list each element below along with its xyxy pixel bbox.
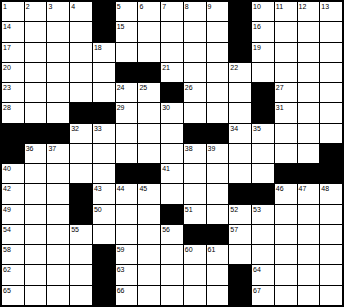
cell-r15c12[interactable]: 67 <box>252 286 274 305</box>
clue-number: 58 <box>3 245 11 254</box>
cell-r3c4[interactable] <box>70 43 92 62</box>
cell-r7c11[interactable]: 34 <box>229 124 251 143</box>
cell-r7c8[interactable] <box>161 124 183 143</box>
cell-r11c1[interactable]: 49 <box>2 205 24 224</box>
cell-r7c14[interactable] <box>298 124 320 143</box>
cell-r11c13[interactable] <box>275 205 297 224</box>
cell-r4c3[interactable] <box>47 63 69 82</box>
clue-number: 47 <box>299 184 307 193</box>
cell-r7c4[interactable]: 32 <box>70 124 92 143</box>
cell-r1c4[interactable]: 4 <box>70 2 92 21</box>
clue-number: 50 <box>94 205 102 214</box>
cell-r2c2[interactable] <box>25 22 47 41</box>
block-square-r8c15 <box>320 144 342 163</box>
cell-r7c13[interactable] <box>275 124 297 143</box>
cell-r10c1[interactable]: 42 <box>2 184 24 203</box>
clue-number: 63 <box>117 265 125 274</box>
block-square-r7c3 <box>47 124 69 143</box>
cell-r12c2[interactable] <box>25 225 47 244</box>
block-square-r11c4 <box>70 205 92 224</box>
cell-r11c3[interactable] <box>47 205 69 224</box>
clue-number: 34 <box>230 124 238 133</box>
cell-r5c7[interactable]: 25 <box>138 83 160 102</box>
clue-number: 31 <box>276 103 284 112</box>
cell-r1c3[interactable]: 3 <box>47 2 69 21</box>
cell-r5c14[interactable] <box>298 83 320 102</box>
clue-number: 22 <box>230 63 238 72</box>
cell-r8c7[interactable] <box>138 144 160 163</box>
clue-number: 19 <box>253 43 261 52</box>
cell-r15c8[interactable] <box>161 286 183 305</box>
cell-r6c8[interactable]: 30 <box>161 103 183 122</box>
clue-number: 46 <box>276 184 284 193</box>
cell-r14c8[interactable] <box>161 265 183 284</box>
clue-number: 56 <box>162 225 170 234</box>
cell-r4c14[interactable] <box>298 63 320 82</box>
cell-r3c13[interactable] <box>275 43 297 62</box>
cell-r12c14[interactable] <box>298 225 320 244</box>
cell-r2c4[interactable] <box>70 22 92 41</box>
block-square-r13c5 <box>93 245 115 264</box>
cell-r1c2[interactable]: 2 <box>25 2 47 21</box>
cell-r7c15[interactable] <box>320 124 342 143</box>
cell-r2c8[interactable] <box>161 22 183 41</box>
clue-number: 3 <box>48 2 52 11</box>
cell-r6c6[interactable]: 29 <box>116 103 138 122</box>
cell-r4c2[interactable] <box>25 63 47 82</box>
block-square-r8c1 <box>2 144 24 163</box>
cell-r9c11[interactable] <box>229 164 251 183</box>
cell-r3c10[interactable] <box>207 43 229 62</box>
block-square-r2c5 <box>93 22 115 41</box>
clue-number: 11 <box>276 2 283 11</box>
clue-number: 38 <box>185 144 193 153</box>
block-square-r2c11 <box>229 22 251 41</box>
clue-number: 55 <box>71 225 79 234</box>
crossword-board: 1234567891011121314151617181920212223242… <box>0 0 344 307</box>
cell-r10c2[interactable] <box>25 184 47 203</box>
clue-number: 4 <box>71 2 75 11</box>
cell-r12c15[interactable] <box>320 225 342 244</box>
block-square-r7c2 <box>25 124 47 143</box>
clue-number: 16 <box>253 22 261 31</box>
cell-r9c5[interactable] <box>93 164 115 183</box>
clue-number: 8 <box>185 2 189 11</box>
block-square-r10c4 <box>70 184 92 203</box>
cell-r14c10[interactable] <box>207 265 229 284</box>
cell-r3c6[interactable] <box>116 43 138 62</box>
cell-r8c8[interactable] <box>161 144 183 163</box>
cell-r5c3[interactable] <box>47 83 69 102</box>
cell-r11c5[interactable]: 50 <box>93 205 115 224</box>
clue-number: 13 <box>321 2 329 11</box>
clue-number: 6 <box>139 2 143 11</box>
clue-number: 37 <box>48 144 56 153</box>
cell-r9c2[interactable] <box>25 164 47 183</box>
cell-r13c10[interactable]: 61 <box>207 245 229 264</box>
cell-r5c1[interactable]: 23 <box>2 83 24 102</box>
cell-r6c13[interactable]: 31 <box>275 103 297 122</box>
clue-number: 60 <box>185 245 193 254</box>
clue-number: 29 <box>117 103 125 112</box>
clue-number: 23 <box>3 83 11 92</box>
cell-r14c13[interactable] <box>275 265 297 284</box>
cell-r3c9[interactable] <box>184 43 206 62</box>
cell-r5c4[interactable] <box>70 83 92 102</box>
cell-r4c15[interactable] <box>320 63 342 82</box>
cell-r8c14[interactable] <box>298 144 320 163</box>
block-square-r6c4 <box>70 103 92 122</box>
block-square-r7c1 <box>2 124 24 143</box>
cell-r6c9[interactable] <box>184 103 206 122</box>
cell-r3c7[interactable] <box>138 43 160 62</box>
cell-r6c14[interactable] <box>298 103 320 122</box>
clue-number: 24 <box>117 83 125 92</box>
clue-number: 67 <box>253 286 261 295</box>
cell-r11c15[interactable] <box>320 205 342 224</box>
cell-r12c12[interactable] <box>252 225 274 244</box>
cell-r13c2[interactable] <box>25 245 47 264</box>
cell-r14c12[interactable]: 64 <box>252 265 274 284</box>
cell-r8c9[interactable]: 38 <box>184 144 206 163</box>
clue-number: 10 <box>253 2 261 11</box>
cell-r15c3[interactable] <box>47 286 69 305</box>
cell-r6c11[interactable] <box>229 103 251 122</box>
cell-r1c7[interactable]: 6 <box>138 2 160 21</box>
clue-number: 62 <box>3 265 11 274</box>
cell-r1c14[interactable]: 12 <box>298 2 320 21</box>
clue-number: 2 <box>26 2 30 11</box>
cell-r10c15[interactable]: 48 <box>320 184 342 203</box>
cell-r13c15[interactable] <box>320 245 342 264</box>
block-square-r10c11 <box>229 184 251 203</box>
clue-number: 18 <box>94 43 102 52</box>
cell-r15c15[interactable] <box>320 286 342 305</box>
cell-r1c8[interactable]: 7 <box>161 2 183 21</box>
clue-number: 36 <box>26 144 34 153</box>
cell-r10c14[interactable]: 47 <box>298 184 320 203</box>
block-square-r9c6 <box>116 164 138 183</box>
cell-r1c9[interactable]: 8 <box>184 2 206 21</box>
cell-r11c14[interactable] <box>298 205 320 224</box>
cell-r5c13[interactable]: 27 <box>275 83 297 102</box>
cell-r15c14[interactable] <box>298 286 320 305</box>
cell-r9c12[interactable] <box>252 164 274 183</box>
cell-r6c2[interactable] <box>25 103 47 122</box>
cell-r9c10[interactable] <box>207 164 229 183</box>
cell-r15c7[interactable] <box>138 286 160 305</box>
cell-r14c2[interactable] <box>25 265 47 284</box>
cell-r14c9[interactable] <box>184 265 206 284</box>
cell-r8c13[interactable] <box>275 144 297 163</box>
cell-r6c7[interactable] <box>138 103 160 122</box>
clue-number: 7 <box>162 2 166 11</box>
cell-r2c1[interactable]: 14 <box>2 22 24 41</box>
cell-r8c11[interactable] <box>229 144 251 163</box>
cell-r13c9[interactable]: 60 <box>184 245 206 264</box>
cell-r13c7[interactable] <box>138 245 160 264</box>
clue-number: 45 <box>139 184 147 193</box>
clue-number: 51 <box>185 205 193 214</box>
cell-r12c3[interactable] <box>47 225 69 244</box>
cell-r2c6[interactable]: 15 <box>116 22 138 41</box>
cell-r3c14[interactable] <box>298 43 320 62</box>
cell-r13c11[interactable] <box>229 245 251 264</box>
block-square-r6c12 <box>252 103 274 122</box>
cell-r1c12[interactable]: 10 <box>252 2 274 21</box>
cell-r6c3[interactable] <box>47 103 69 122</box>
block-square-r10c12 <box>252 184 274 203</box>
clue-number: 42 <box>3 184 11 193</box>
clue-number: 65 <box>3 286 11 295</box>
block-square-r7c9 <box>184 124 206 143</box>
cell-r8c6[interactable] <box>116 144 138 163</box>
cell-r3c5[interactable]: 18 <box>93 43 115 62</box>
cell-r11c2[interactable] <box>25 205 47 224</box>
cell-r14c14[interactable] <box>298 265 320 284</box>
cell-r9c1[interactable]: 40 <box>2 164 24 183</box>
cell-r2c14[interactable] <box>298 22 320 41</box>
cell-r3c2[interactable] <box>25 43 47 62</box>
cell-r13c1[interactable]: 58 <box>2 245 24 264</box>
cell-r15c1[interactable]: 65 <box>2 286 24 305</box>
clue-number: 49 <box>3 205 11 214</box>
clue-number: 64 <box>253 265 261 274</box>
cell-r6c10[interactable] <box>207 103 229 122</box>
cell-r10c10[interactable] <box>207 184 229 203</box>
cell-r1c1[interactable]: 1 <box>2 2 24 21</box>
cell-r5c5[interactable] <box>93 83 115 102</box>
cell-r12c11[interactable]: 57 <box>229 225 251 244</box>
clue-number: 1 <box>3 2 7 11</box>
cell-r11c11[interactable]: 52 <box>229 205 251 224</box>
cell-r12c1[interactable]: 54 <box>2 225 24 244</box>
cell-r1c13[interactable]: 11 <box>275 2 297 21</box>
cell-r11c9[interactable]: 51 <box>184 205 206 224</box>
cell-r10c5[interactable]: 43 <box>93 184 115 203</box>
cell-r4c9[interactable] <box>184 63 206 82</box>
cell-r2c7[interactable] <box>138 22 160 41</box>
cell-r1c15[interactable]: 13 <box>320 2 342 21</box>
cell-r7c5[interactable]: 33 <box>93 124 115 143</box>
cell-r9c4[interactable] <box>70 164 92 183</box>
cell-r12c5[interactable] <box>93 225 115 244</box>
block-square-r9c13 <box>275 164 297 183</box>
clue-number: 59 <box>117 245 125 254</box>
cell-r7c6[interactable] <box>116 124 138 143</box>
cell-r15c13[interactable] <box>275 286 297 305</box>
cell-r3c8[interactable] <box>161 43 183 62</box>
cell-r7c12[interactable]: 35 <box>252 124 274 143</box>
cell-r8c2[interactable]: 36 <box>25 144 47 163</box>
cell-r5c2[interactable] <box>25 83 47 102</box>
cell-r13c12[interactable] <box>252 245 274 264</box>
cell-r10c3[interactable] <box>47 184 69 203</box>
cell-r10c8[interactable] <box>161 184 183 203</box>
cell-r14c15[interactable] <box>320 265 342 284</box>
cell-r4c5[interactable] <box>93 63 115 82</box>
cell-r10c6[interactable]: 44 <box>116 184 138 203</box>
cell-r15c2[interactable] <box>25 286 47 305</box>
clue-number: 32 <box>71 124 79 133</box>
cell-r6c1[interactable]: 28 <box>2 103 24 122</box>
cell-r14c7[interactable] <box>138 265 160 284</box>
block-square-r12c9 <box>184 225 206 244</box>
clue-number: 20 <box>3 63 11 72</box>
cell-r11c12[interactable]: 53 <box>252 205 274 224</box>
cell-r12c7[interactable] <box>138 225 160 244</box>
cell-r13c8[interactable] <box>161 245 183 264</box>
cell-r8c4[interactable] <box>70 144 92 163</box>
block-square-r9c14 <box>298 164 320 183</box>
clue-number: 28 <box>3 103 11 112</box>
clue-number: 30 <box>162 103 170 112</box>
cell-r5c9[interactable]: 26 <box>184 83 206 102</box>
cell-r8c5[interactable] <box>93 144 115 163</box>
cell-r14c3[interactable] <box>47 265 69 284</box>
block-square-r14c11 <box>229 265 251 284</box>
cell-r8c10[interactable]: 39 <box>207 144 229 163</box>
clue-number: 26 <box>185 83 193 92</box>
block-square-r7c10 <box>207 124 229 143</box>
block-square-r14c5 <box>93 265 115 284</box>
cell-r2c12[interactable]: 16 <box>252 22 274 41</box>
clue-number: 5 <box>117 2 121 11</box>
clue-number: 9 <box>208 2 212 11</box>
cell-r4c4[interactable] <box>70 63 92 82</box>
clue-number: 41 <box>162 164 170 173</box>
clue-number: 14 <box>3 22 11 31</box>
cell-r4c13[interactable] <box>275 63 297 82</box>
block-square-r5c8 <box>161 83 183 102</box>
clue-number: 61 <box>208 245 216 254</box>
cell-r12c13[interactable] <box>275 225 297 244</box>
cell-r3c15[interactable] <box>320 43 342 62</box>
clue-number: 12 <box>299 2 307 11</box>
clue-number: 17 <box>3 43 11 52</box>
block-square-r3c11 <box>229 43 251 62</box>
cell-r11c10[interactable] <box>207 205 229 224</box>
cell-r1c10[interactable]: 9 <box>207 2 229 21</box>
block-square-r1c11 <box>229 2 251 21</box>
clue-number: 52 <box>230 205 238 214</box>
clue-number: 27 <box>276 83 284 92</box>
clue-number: 15 <box>117 22 125 31</box>
cell-r13c14[interactable] <box>298 245 320 264</box>
clue-number: 43 <box>94 184 102 193</box>
cell-r9c8[interactable]: 41 <box>161 164 183 183</box>
clue-number: 39 <box>208 144 216 153</box>
block-square-r11c8 <box>161 205 183 224</box>
cell-r8c3[interactable]: 37 <box>47 144 69 163</box>
clue-number: 53 <box>253 205 261 214</box>
cell-r12c6[interactable] <box>116 225 138 244</box>
block-square-r15c11 <box>229 286 251 305</box>
cell-r2c9[interactable] <box>184 22 206 41</box>
cell-r3c1[interactable]: 17 <box>2 43 24 62</box>
cell-r4c11[interactable]: 22 <box>229 63 251 82</box>
clue-number: 21 <box>162 63 170 72</box>
cell-r10c13[interactable]: 46 <box>275 184 297 203</box>
cell-r15c10[interactable] <box>207 286 229 305</box>
cell-r2c3[interactable] <box>47 22 69 41</box>
block-square-r9c15 <box>320 164 342 183</box>
cell-r13c4[interactable] <box>70 245 92 264</box>
cell-r14c1[interactable]: 62 <box>2 265 24 284</box>
clue-number: 57 <box>230 225 238 234</box>
cell-r15c4[interactable] <box>70 286 92 305</box>
clue-number: 35 <box>253 124 261 133</box>
cell-r12c4[interactable]: 55 <box>70 225 92 244</box>
cell-r3c12[interactable]: 19 <box>252 43 274 62</box>
cell-r4c8[interactable]: 21 <box>161 63 183 82</box>
cell-r15c9[interactable] <box>184 286 206 305</box>
cell-r14c4[interactable] <box>70 265 92 284</box>
cell-r11c6[interactable] <box>116 205 138 224</box>
cell-r9c9[interactable] <box>184 164 206 183</box>
clue-number: 54 <box>3 225 11 234</box>
cell-r11c7[interactable] <box>138 205 160 224</box>
cell-r10c9[interactable] <box>184 184 206 203</box>
cell-r4c1[interactable]: 20 <box>2 63 24 82</box>
cell-r4c10[interactable] <box>207 63 229 82</box>
cell-r5c10[interactable] <box>207 83 229 102</box>
block-square-r4c6 <box>116 63 138 82</box>
cell-r5c6[interactable]: 24 <box>116 83 138 102</box>
cell-r8c12[interactable] <box>252 144 274 163</box>
cell-r1c6[interactable]: 5 <box>116 2 138 21</box>
block-square-r15c5 <box>93 286 115 305</box>
cell-r13c3[interactable] <box>47 245 69 264</box>
cell-r4c12[interactable] <box>252 63 274 82</box>
cell-r15c6[interactable]: 66 <box>116 286 138 305</box>
cell-r3c3[interactable] <box>47 43 69 62</box>
cell-r2c15[interactable] <box>320 22 342 41</box>
cell-r7c7[interactable] <box>138 124 160 143</box>
cell-r2c10[interactable] <box>207 22 229 41</box>
cell-r12c8[interactable]: 56 <box>161 225 183 244</box>
cell-r5c15[interactable] <box>320 83 342 102</box>
block-square-r12c10 <box>207 225 229 244</box>
clue-number: 40 <box>3 164 11 173</box>
block-square-r5c12 <box>252 83 274 102</box>
cell-r9c3[interactable] <box>47 164 69 183</box>
clue-number: 25 <box>139 83 147 92</box>
cell-r13c13[interactable] <box>275 245 297 264</box>
cell-r2c13[interactable] <box>275 22 297 41</box>
clue-number: 48 <box>321 184 329 193</box>
cell-r13c6[interactable]: 59 <box>116 245 138 264</box>
clue-number: 66 <box>117 286 125 295</box>
cell-r14c6[interactable]: 63 <box>116 265 138 284</box>
cell-r5c11[interactable] <box>229 83 251 102</box>
clue-number: 33 <box>94 124 102 133</box>
block-square-r1c5 <box>93 2 115 21</box>
clue-number: 44 <box>117 184 125 193</box>
cell-r6c15[interactable] <box>320 103 342 122</box>
block-square-r6c5 <box>93 103 115 122</box>
block-square-r4c7 <box>138 63 160 82</box>
block-square-r9c7 <box>138 164 160 183</box>
cell-r10c7[interactable]: 45 <box>138 184 160 203</box>
